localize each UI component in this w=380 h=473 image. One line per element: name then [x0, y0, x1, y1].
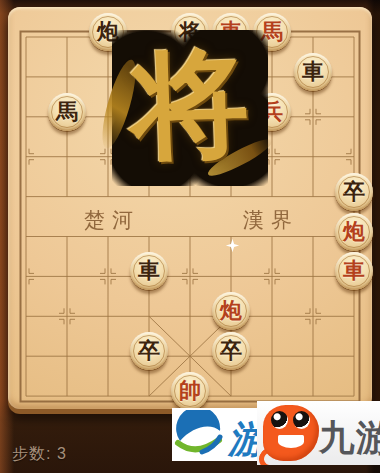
piece-label: 車: [220, 21, 242, 43]
piece-label: 車: [302, 61, 324, 83]
piece-black[interactable]: 士: [171, 53, 209, 91]
step-counter-label: 步数:: [12, 445, 51, 462]
piece-label: 士: [179, 61, 201, 83]
river-label-right: 漢界: [243, 206, 299, 234]
mascot-eye: [271, 411, 288, 429]
piece-label: 車: [138, 260, 160, 282]
piece-label: 卒: [343, 181, 365, 203]
piece-red[interactable]: 兵: [130, 53, 168, 91]
river-label-left: 楚河: [84, 206, 140, 234]
piece-label: 卒: [138, 340, 160, 362]
piece-black[interactable]: 将: [171, 13, 209, 51]
piece-label: 兵: [261, 101, 283, 123]
piece-label: 炮: [343, 221, 365, 243]
piece-black[interactable]: 車: [294, 53, 332, 91]
watermark-panel-right: 九游: [257, 401, 380, 465]
step-counter: 步数: 3: [12, 444, 67, 465]
piece-black[interactable]: 炮: [89, 13, 127, 51]
piece-black[interactable]: 卒: [212, 332, 250, 370]
piece-label: 兵: [138, 61, 160, 83]
mascot-body: [263, 405, 319, 461]
watermark-partial-text: 游: [228, 414, 258, 461]
piece-red[interactable]: 炮: [335, 213, 373, 251]
nine-you-mascot-icon: [262, 404, 320, 462]
piece-label: 炮: [220, 300, 242, 322]
mascot-eye: [293, 411, 310, 429]
piece-label: 帥: [179, 380, 201, 402]
swirl-globe-logo-icon: [174, 410, 224, 460]
piece-label: 将: [179, 21, 201, 43]
watermark-panel-left: 游: [172, 408, 258, 461]
piece-red[interactable]: 帥: [171, 372, 209, 410]
piece-label: 卒: [220, 340, 242, 362]
piece-red[interactable]: 兵: [253, 93, 291, 131]
step-counter-value: 3: [57, 445, 67, 462]
piece-black[interactable]: 卒: [130, 332, 168, 370]
piece-red[interactable]: 馬: [253, 13, 291, 51]
piece-label: 馬: [56, 101, 78, 123]
piece-label: 炮: [97, 21, 119, 43]
piece-label: 馬: [261, 21, 283, 43]
mascot-mouth: [278, 435, 304, 448]
piece-black[interactable]: 馬: [48, 93, 86, 131]
watermark-brand-text: 九游: [319, 414, 380, 463]
piece-red[interactable]: 車: [212, 13, 250, 51]
piece-label: 車: [343, 260, 365, 282]
piece-black[interactable]: 卒: [335, 173, 373, 211]
